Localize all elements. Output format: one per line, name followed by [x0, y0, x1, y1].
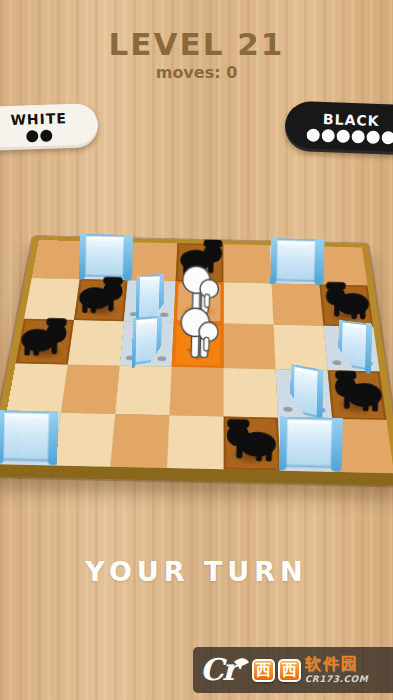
- cell-r4c1[interactable]: [53, 413, 115, 467]
- piece-dot: [366, 131, 379, 144]
- wall-panel: [270, 238, 321, 282]
- board-perspective: [0, 236, 393, 485]
- wall-gate: [279, 416, 339, 468]
- watermark-char-1: 西: [252, 659, 275, 682]
- wall-gate: [79, 234, 130, 278]
- black-player-pill: BLACK: [284, 101, 393, 156]
- cell-r3c3[interactable]: [169, 367, 223, 417]
- cell-r2c0[interactable]: [15, 319, 73, 365]
- wall-gate: [0, 410, 56, 462]
- wall-panel: [289, 364, 321, 419]
- piece-dot: [381, 131, 393, 144]
- cell-r4c5[interactable]: [277, 418, 336, 472]
- wall-gate: [131, 316, 160, 365]
- black-piece[interactable]: [223, 416, 281, 466]
- board-rim: [0, 236, 393, 485]
- wall-panel: [337, 320, 369, 371]
- white-piece[interactable]: [177, 301, 219, 365]
- black-piece[interactable]: [323, 280, 374, 324]
- moves-counter: moves: 0: [0, 63, 393, 82]
- white-player-label: WHITE: [10, 111, 67, 128]
- piece-dot: [336, 130, 349, 143]
- cell-r2c3[interactable]: [171, 322, 223, 368]
- piece-dot: [351, 130, 364, 143]
- watermark-logo: Cr: [200, 655, 236, 685]
- cell-r4c4[interactable]: [223, 416, 280, 470]
- level-title: LEVEL 21: [0, 26, 393, 62]
- cell-r4c0[interactable]: [0, 411, 60, 465]
- black-piece[interactable]: [74, 274, 125, 318]
- piece-dot: [321, 129, 334, 142]
- wall-panel: [131, 316, 160, 365]
- watermark-banner: Cr 西 西 软件园 CR173.COM: [193, 647, 393, 693]
- cell-r1c0[interactable]: [24, 278, 80, 320]
- turn-status: YOUR TURN: [0, 556, 393, 587]
- board-grid[interactable]: [0, 240, 393, 473]
- watermark-name: 软件园: [305, 656, 368, 672]
- screw-icon: [332, 360, 341, 365]
- cell-r3c5[interactable]: [275, 369, 332, 419]
- white-player-pill: WHITE: [0, 103, 99, 151]
- watermark-site: CR173.COM: [305, 675, 368, 684]
- wall-panel: [79, 234, 130, 278]
- black-piece[interactable]: [331, 368, 386, 416]
- cell-r3c1[interactable]: [60, 364, 119, 414]
- game-board[interactable]: [26, 236, 367, 557]
- cell-r1c1[interactable]: [73, 279, 127, 321]
- screw-icon: [157, 356, 166, 361]
- wall-gate: [337, 320, 369, 371]
- piece-dot: [26, 130, 38, 142]
- black-figure-icon: [323, 280, 374, 320]
- black-figure-icon: [223, 416, 281, 462]
- cell-r3c4[interactable]: [223, 368, 277, 418]
- cell-r4c3[interactable]: [166, 415, 223, 469]
- black-figure-icon: [16, 315, 69, 357]
- screw-icon: [283, 407, 293, 412]
- cell-r1c5[interactable]: [271, 283, 323, 325]
- watermark-char-2: 西: [278, 659, 301, 682]
- cell-r4c2[interactable]: [110, 414, 169, 468]
- black-figure-icon: [74, 274, 125, 314]
- piece-dot: [40, 129, 52, 141]
- cell-r2c6[interactable]: [323, 326, 379, 372]
- black-figure-icon: [332, 368, 387, 412]
- cell-r2c4[interactable]: [223, 323, 275, 369]
- wall-panel: [279, 416, 339, 468]
- cell-r2c1[interactable]: [67, 320, 123, 366]
- black-pieces-dots: [306, 129, 393, 145]
- cell-r2c2[interactable]: [119, 321, 173, 367]
- white-pieces-dots: [26, 129, 52, 142]
- piece-dot: [306, 129, 319, 142]
- cell-r2c5[interactable]: [273, 325, 327, 371]
- wall-gate: [289, 364, 321, 419]
- cell-r0c4[interactable]: [223, 244, 271, 283]
- black-piece[interactable]: [16, 315, 69, 361]
- wall-gate: [270, 238, 321, 282]
- white-figure-icon: [177, 301, 219, 361]
- cell-r3c0[interactable]: [6, 363, 67, 412]
- wall-panel: [0, 410, 56, 462]
- cell-r3c2[interactable]: [115, 366, 172, 416]
- cell-r0c5[interactable]: [269, 245, 319, 284]
- cell-r1c4[interactable]: [223, 282, 273, 324]
- black-player-label: BLACK: [323, 112, 380, 129]
- cell-r3c6[interactable]: [327, 370, 386, 420]
